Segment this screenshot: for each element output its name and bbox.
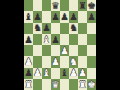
square-b2[interactable]: ♟ [33,68,42,79]
square-e7[interactable]: ♟ [60,11,69,22]
piece-white-queen-d1[interactable]: ♛ [51,79,60,89]
square-c2[interactable]: ♝ [42,68,51,79]
square-d7[interactable]: ♟ [51,11,60,22]
square-a1[interactable]: ♜ [24,79,33,90]
piece-black-pawn-b7[interactable]: ♟ [33,12,42,21]
square-g6[interactable] [78,23,87,34]
piece-black-pawn-h7[interactable]: ♟ [87,12,96,21]
piece-black-bishop-a7[interactable]: ♝ [24,12,33,21]
square-b3[interactable] [33,56,42,67]
square-b1[interactable] [33,79,42,90]
square-f3[interactable]: ♞ [69,56,78,67]
square-e1[interactable] [60,79,69,90]
piece-black-bishop-e2[interactable]: ♝ [60,68,69,78]
piece-white-bishop-c2[interactable]: ♝ [42,68,51,78]
square-a2[interactable]: ♟ [24,68,33,79]
square-e6[interactable] [60,23,69,34]
square-a5[interactable]: ♟ [24,34,33,45]
square-g3[interactable] [78,56,87,67]
square-e4[interactable]: ♟ [60,45,69,56]
square-c7[interactable] [42,11,51,22]
piece-black-queen-d8[interactable]: ♛ [51,1,60,11]
square-b4[interactable] [33,45,42,56]
square-c4[interactable] [42,45,51,56]
square-f1[interactable] [69,79,78,90]
piece-white-pawn-f2[interactable]: ♟ [69,68,78,78]
piece-black-rook-g8[interactable]: ♜ [78,1,87,11]
square-c5[interactable]: ♝ [42,34,51,45]
piece-black-pawn-f7[interactable]: ♟ [69,12,78,21]
square-a7[interactable]: ♝ [24,11,33,22]
square-h3[interactable] [87,56,96,67]
square-c6[interactable]: ♟ [42,23,51,34]
piece-white-pawn-a3[interactable]: ♟ [24,57,33,67]
piece-white-king-h1[interactable]: ♚ [87,79,96,89]
square-e2[interactable]: ♝ [60,68,69,79]
square-h6[interactable] [87,23,96,34]
chess-board[interactable]: ♛♜♚♝♟♟♟♟♟♞♟♞♟♝♟♟♟♟♞♟♟♝♝♟♟♜♛♜♚ [24,0,96,90]
square-h7[interactable]: ♟ [87,11,96,22]
square-a6[interactable] [24,23,33,34]
square-c3[interactable] [42,56,51,67]
square-f8[interactable] [69,0,78,11]
piece-black-pawn-c6[interactable]: ♟ [42,23,51,33]
square-h4[interactable] [87,45,96,56]
square-h8[interactable]: ♚ [87,0,96,11]
square-b7[interactable]: ♟ [33,11,42,22]
square-a4[interactable] [24,45,33,56]
piece-white-pawn-d3[interactable]: ♟ [51,57,60,67]
square-g8[interactable]: ♜ [78,0,87,11]
square-g5[interactable] [78,34,87,45]
square-c1[interactable] [42,79,51,90]
piece-black-pawn-a2[interactable]: ♟ [24,68,33,78]
square-b8[interactable] [33,0,42,11]
chess-app-viewport: ♛♜♚♝♟♟♟♟♟♞♟♞♟♝♟♟♟♟♞♟♟♝♝♟♟♜♛♜♚ [0,0,120,90]
square-h5[interactable] [87,34,96,45]
square-g1[interactable]: ♜ [78,79,87,90]
square-g2[interactable]: ♟ [78,68,87,79]
square-h2[interactable] [87,68,96,79]
letterbox-right [96,0,120,90]
square-g4[interactable] [78,45,87,56]
square-e3[interactable] [60,56,69,67]
piece-white-bishop-c5[interactable]: ♝ [42,34,51,44]
letterbox-left [0,0,24,90]
piece-black-knight-f6[interactable]: ♞ [69,23,78,33]
square-b5[interactable] [33,34,42,45]
square-e5[interactable] [60,34,69,45]
square-d5[interactable]: ♟ [51,34,60,45]
piece-black-pawn-d7[interactable]: ♟ [51,12,60,21]
piece-white-pawn-b2[interactable]: ♟ [33,68,42,78]
piece-black-knight-b6[interactable]: ♞ [33,23,42,33]
piece-black-king-h8[interactable]: ♚ [87,1,96,11]
piece-white-rook-a1[interactable]: ♜ [24,79,33,89]
square-d3[interactable]: ♟ [51,56,60,67]
piece-white-pawn-g2[interactable]: ♟ [78,68,87,78]
square-g7[interactable] [78,11,87,22]
square-e8[interactable] [60,0,69,11]
square-a3[interactable]: ♟ [24,56,33,67]
square-a8[interactable] [24,0,33,11]
square-f2[interactable]: ♟ [69,68,78,79]
square-d4[interactable] [51,45,60,56]
square-d8[interactable]: ♛ [51,0,60,11]
square-d2[interactable] [51,68,60,79]
square-f4[interactable] [69,45,78,56]
piece-white-pawn-e4[interactable]: ♟ [60,46,69,56]
square-d6[interactable] [51,23,60,34]
square-f7[interactable]: ♟ [69,11,78,22]
piece-white-knight-f3[interactable]: ♞ [69,57,78,67]
piece-black-pawn-e7[interactable]: ♟ [60,12,69,21]
square-d1[interactable]: ♛ [51,79,60,90]
square-h1[interactable]: ♚ [87,79,96,90]
square-f6[interactable]: ♞ [69,23,78,34]
square-b6[interactable]: ♞ [33,23,42,34]
square-c8[interactable] [42,0,51,11]
piece-black-pawn-a5[interactable]: ♟ [24,34,33,44]
square-f5[interactable] [69,34,78,45]
piece-white-rook-g1[interactable]: ♜ [78,79,87,89]
piece-black-pawn-d5[interactable]: ♟ [51,34,60,44]
